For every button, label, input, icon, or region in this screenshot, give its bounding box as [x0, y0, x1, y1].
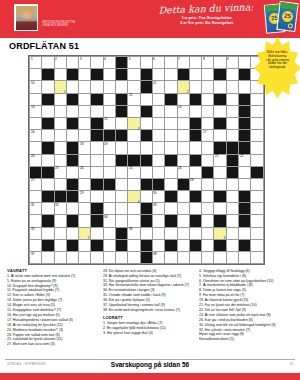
grid-cell[interactable]	[251, 179, 262, 190]
down-clue-list: 1. Sveper bort ovanliga djur i Afrika (7…	[103, 320, 198, 335]
grid-cell[interactable]	[55, 94, 66, 105]
grid-cell[interactable]	[178, 118, 189, 129]
grid-cell[interactable]	[91, 228, 102, 239]
constructor-photo	[14, 4, 38, 31]
black-cell	[239, 215, 250, 226]
grid-cell[interactable]	[128, 240, 139, 251]
grid-cell[interactable]	[141, 142, 152, 153]
grid-cell[interactable]: 20	[30, 155, 41, 166]
grid-cell[interactable]	[190, 142, 201, 153]
clue-number: 5	[129, 57, 131, 61]
grid-cell[interactable]	[91, 81, 102, 92]
black-cell	[190, 215, 201, 226]
black-cell	[190, 94, 201, 105]
grid-cell[interactable]: 24	[79, 167, 90, 178]
grid-cell[interactable]	[79, 252, 90, 263]
grid-cell[interactable]: 13	[30, 106, 41, 117]
grid-cell[interactable]	[251, 118, 262, 129]
grid-cell[interactable]	[141, 94, 152, 105]
grid-cell[interactable]: 27	[30, 179, 41, 190]
grid-cell[interactable]	[30, 94, 41, 105]
clue-number: 21	[215, 154, 219, 158]
grid-cell[interactable]	[67, 81, 78, 92]
grid-cell[interactable]	[178, 215, 189, 226]
clue-number: 25	[129, 166, 133, 170]
grid-cell[interactable]	[128, 69, 139, 80]
grid-cell[interactable]	[153, 155, 164, 166]
page-number: 41	[278, 362, 293, 365]
grid-cell[interactable]: 26	[178, 167, 189, 178]
grid-cell[interactable]	[30, 191, 41, 202]
grid-cell[interactable]	[239, 81, 250, 92]
grid-cell[interactable]	[104, 191, 115, 202]
grid-cell[interactable]	[190, 106, 201, 117]
grid-cell[interactable]	[79, 81, 90, 92]
grid-cell[interactable]	[79, 215, 90, 226]
grid-cell[interactable]	[153, 167, 164, 178]
grid-cell[interactable]	[91, 142, 102, 153]
grid-cell[interactable]	[153, 94, 164, 105]
grid-cell[interactable]	[178, 228, 189, 239]
grid-cell[interactable]: 23	[55, 167, 66, 178]
grid-cell[interactable]	[202, 215, 213, 226]
down-clue-list-continued: 4. Geggigt tillägg till flasklägg (6)5. …	[199, 268, 294, 341]
grid-cell[interactable]: 15	[104, 118, 115, 129]
grid-cell[interactable]	[91, 106, 102, 117]
grid-cell[interactable]	[153, 228, 164, 239]
prize-letter-index: 2	[187, 90, 189, 94]
grid-cell[interactable]: 2	[178, 81, 189, 92]
black-cell	[67, 240, 78, 251]
clue-number: 22	[240, 154, 244, 158]
grid-cell[interactable]	[55, 130, 66, 141]
grid-cell[interactable]	[128, 179, 139, 190]
grid-cell[interactable]	[128, 106, 139, 117]
grid-cell[interactable]	[202, 106, 213, 117]
grid-cell[interactable]	[141, 228, 152, 239]
grid-cell[interactable]	[214, 106, 225, 117]
grid-cell[interactable]	[178, 155, 189, 166]
grid-cell[interactable]	[214, 130, 225, 141]
grid-cell[interactable]	[227, 252, 238, 263]
black-cell	[239, 130, 250, 141]
black-cell	[91, 240, 102, 251]
grid-cell[interactable]	[79, 155, 90, 166]
clue-number: 30	[153, 191, 157, 195]
grid-cell[interactable]	[104, 81, 115, 92]
grid-cell[interactable]	[141, 57, 152, 68]
grid-cell[interactable]	[79, 130, 90, 141]
grid-cell[interactable]	[55, 155, 66, 166]
grid-cell[interactable]	[178, 203, 189, 214]
clue-number: 2	[55, 57, 57, 61]
grid-cell[interactable]	[116, 81, 127, 92]
grid-cell[interactable]	[55, 69, 66, 80]
grid-cell[interactable]	[251, 228, 262, 239]
black-cell	[30, 167, 41, 178]
grid-cell[interactable]	[214, 167, 225, 178]
grid-cell[interactable]	[227, 94, 238, 105]
black-cell	[190, 130, 201, 141]
grid-cell[interactable]: 5	[79, 228, 90, 239]
grid-cell[interactable]	[128, 252, 139, 263]
grid-cell[interactable]	[104, 94, 115, 105]
clue-number: 23	[55, 166, 59, 170]
grid-cell[interactable]	[178, 240, 189, 251]
black-cell	[116, 94, 127, 105]
grid-cell[interactable]	[153, 118, 164, 129]
grid-cell[interactable]	[79, 203, 90, 214]
prize-letter-index: 5	[88, 236, 90, 240]
grid-cell[interactable]	[91, 252, 102, 263]
clue-number: 4	[104, 57, 106, 61]
grid-cell[interactable]: 7	[178, 57, 189, 68]
grid-cell[interactable]	[55, 179, 66, 190]
grid-cell[interactable]: 11	[153, 81, 164, 92]
grid-cell[interactable]	[227, 215, 238, 226]
grid-cell[interactable]	[91, 155, 102, 166]
grid-cell[interactable]	[165, 57, 176, 68]
grid-cell[interactable]: 8	[202, 57, 213, 68]
grid-cell[interactable]	[116, 179, 127, 190]
grid-cell[interactable]	[190, 81, 201, 92]
grid-cell[interactable]	[116, 167, 127, 178]
grid-cell[interactable]	[30, 69, 41, 80]
grid-cell[interactable]	[116, 252, 127, 263]
grid-cell[interactable]	[165, 81, 176, 92]
grid-cell[interactable]	[227, 118, 238, 129]
grid-cell[interactable]	[165, 167, 176, 178]
prize-letter-index: 4	[137, 199, 139, 203]
grid-cell[interactable]	[251, 252, 262, 263]
grid-cell[interactable]	[190, 167, 201, 178]
grid-cell[interactable]	[165, 106, 176, 117]
grid-cell[interactable]	[165, 69, 176, 80]
clue-number: 34	[104, 215, 108, 219]
grid-cell[interactable]: 21	[214, 155, 225, 166]
grid-cell[interactable]	[116, 203, 127, 214]
grid-cell[interactable]	[141, 167, 152, 178]
clue-number: 36	[129, 227, 133, 231]
grid-cell[interactable]	[202, 81, 213, 92]
grid-cell[interactable]	[55, 215, 66, 226]
grid-cell[interactable]	[239, 167, 250, 178]
grid-cell[interactable]	[79, 118, 90, 129]
grid-cell[interactable]	[165, 118, 176, 129]
grid-cell[interactable]	[227, 130, 238, 141]
answer-coupon-note: Svarskupong på sidan 56	[0, 361, 300, 368]
black-cell	[42, 240, 53, 251]
grid-cell[interactable]	[116, 142, 127, 153]
grid-cell[interactable]	[227, 81, 238, 92]
grid-cell[interactable]: 25	[128, 167, 139, 178]
grid-cell[interactable]	[128, 81, 139, 92]
grid-cell[interactable]	[251, 203, 262, 214]
grid-cell[interactable]	[202, 118, 213, 129]
grid-cell[interactable]: 38	[153, 252, 164, 263]
grid-cell[interactable]	[42, 106, 53, 117]
grid-cell[interactable]	[67, 106, 78, 117]
grid-cell[interactable]	[251, 240, 262, 251]
grid-cell[interactable]	[202, 155, 213, 166]
black-cell	[214, 240, 225, 251]
grid-cell[interactable]	[42, 179, 53, 190]
grid-cell[interactable]	[251, 94, 262, 105]
grid-cell[interactable]	[153, 215, 164, 226]
grid-cell[interactable]	[30, 118, 41, 129]
grid-cell[interactable]	[251, 191, 262, 202]
grid-cell[interactable]	[227, 106, 238, 117]
grid-cell[interactable]	[55, 142, 66, 153]
grid-cell[interactable]	[214, 203, 225, 214]
grid-cell[interactable]	[67, 167, 78, 178]
grid-cell[interactable]	[116, 191, 127, 202]
grid-cell[interactable]: 10	[30, 81, 41, 92]
grid-cell[interactable]	[178, 252, 189, 263]
black-cell	[239, 240, 250, 251]
grid-cell[interactable]	[153, 142, 164, 153]
black-cell	[67, 94, 78, 105]
prize-letter-index: 6	[223, 236, 225, 240]
grid-cell[interactable]: 5	[128, 57, 139, 68]
grid-cell[interactable]: 28	[190, 179, 201, 190]
black-cell	[165, 94, 176, 105]
grid-cell[interactable]: 37	[30, 252, 41, 263]
grid-cell[interactable]	[79, 240, 90, 251]
grid-cell[interactable]	[251, 155, 262, 166]
grid-cell[interactable]: 17	[202, 130, 213, 141]
grid-cell[interactable]: 4	[104, 57, 115, 68]
grid-cell[interactable]	[190, 69, 201, 80]
grid-cell[interactable]	[55, 252, 66, 263]
grid-cell[interactable]	[190, 57, 201, 68]
grid-cell[interactable]	[214, 252, 225, 263]
grid-cell[interactable]	[178, 130, 189, 141]
grid-cell[interactable]	[165, 203, 176, 214]
grid-cell[interactable]	[239, 228, 250, 239]
grid-cell[interactable]: 36	[128, 228, 139, 239]
grid-cell[interactable]	[141, 118, 152, 129]
clue-number: 16	[31, 130, 35, 134]
grid-cell[interactable]	[153, 106, 164, 117]
grid-cell[interactable]: 29	[79, 191, 90, 202]
grid-cell[interactable]: 6	[214, 228, 225, 239]
grid-cell[interactable]	[165, 252, 176, 263]
grid-cell[interactable]	[67, 228, 78, 239]
page-title: ORDFLÄTAN 51	[9, 41, 79, 51]
grid-cell[interactable]	[202, 252, 213, 263]
clue-item: 3. Har ytterst hårt vågigt skal (4)	[103, 330, 198, 335]
grid-cell[interactable]	[55, 228, 66, 239]
grid-cell[interactable]	[128, 215, 139, 226]
grid-cell[interactable]: 2	[55, 57, 66, 68]
grid-cell[interactable]	[67, 252, 78, 263]
grid-cell[interactable]: 4	[128, 191, 139, 202]
prize-line-2: 2:a–5:e pris: En Sverigelott.	[152, 20, 262, 25]
grid-cell[interactable]	[30, 215, 41, 226]
grid-cell[interactable]	[104, 106, 115, 117]
grid-cell[interactable]	[202, 69, 213, 80]
grid-cell[interactable]	[91, 167, 102, 178]
grid-cell[interactable]	[165, 179, 176, 190]
grid-cell[interactable]	[104, 167, 115, 178]
grid-cell[interactable]	[178, 191, 189, 202]
grid-cell[interactable]: 16	[30, 130, 41, 141]
grid-cell[interactable]	[79, 106, 90, 117]
clue-number: 37	[31, 252, 35, 256]
grid-cell[interactable]	[202, 240, 213, 251]
grid-cell[interactable]	[239, 57, 250, 68]
grid-cell[interactable]	[128, 142, 139, 153]
grid-cell[interactable]	[55, 106, 66, 117]
grid-cell[interactable]	[67, 203, 78, 214]
black-cell	[190, 118, 201, 129]
clue-number: 31	[31, 203, 35, 207]
grid-cell[interactable]	[153, 69, 164, 80]
grid-cell[interactable]	[116, 215, 127, 226]
black-cell	[104, 130, 115, 141]
clues-column-3: 4. Geggigt tillägg till flasklägg (6)5. …	[199, 268, 294, 341]
grid-cell[interactable]	[165, 130, 176, 141]
grid-cell[interactable]	[79, 69, 90, 80]
grid-cell[interactable]	[251, 130, 262, 141]
grid-cell[interactable]	[67, 57, 78, 68]
grid-cell[interactable]	[227, 191, 238, 202]
grid-cell[interactable]: 9	[227, 57, 238, 68]
black-cell	[91, 203, 102, 214]
grid-cell[interactable]	[55, 118, 66, 129]
grid-cell[interactable]	[153, 130, 164, 141]
grid-cell[interactable]	[190, 228, 201, 239]
grid-cell[interactable]: 14	[178, 106, 189, 117]
grid-cell[interactable]	[91, 57, 102, 68]
grid-cell[interactable]	[202, 142, 213, 153]
grid-cell[interactable]	[67, 130, 78, 141]
grid-cell[interactable]: 1	[55, 81, 66, 92]
grid-cell[interactable]	[42, 228, 53, 239]
clue-number: 17	[203, 130, 207, 134]
grid-cell[interactable]	[116, 118, 127, 129]
black-cell	[153, 179, 164, 190]
grid-cell[interactable]	[104, 228, 115, 239]
grid-cell[interactable]	[165, 142, 176, 153]
black-cell	[178, 69, 189, 80]
grid-cell[interactable]: 1	[30, 57, 41, 68]
grid-cell[interactable]	[79, 94, 90, 105]
grid-cell[interactable]	[214, 179, 225, 190]
grid-cell[interactable]	[239, 252, 250, 263]
grid-cell[interactable]	[128, 203, 139, 214]
grid-cell[interactable]	[128, 130, 139, 141]
grid-cell[interactable]	[251, 142, 262, 153]
black-cell	[239, 203, 250, 214]
grid-cell[interactable]	[202, 94, 213, 105]
grid-cell[interactable]: 35	[30, 228, 41, 239]
grid-cell[interactable]	[141, 191, 152, 202]
grid-cell[interactable]	[165, 228, 176, 239]
grid-cell[interactable]	[153, 240, 164, 251]
grid-cell[interactable]	[214, 81, 225, 92]
black-cell	[239, 69, 250, 80]
clue-number: 10	[31, 81, 35, 85]
grid-cell[interactable]	[178, 142, 189, 153]
grid-cell[interactable]	[251, 106, 262, 117]
grid-cell[interactable]	[42, 155, 53, 166]
grid-cell[interactable]	[104, 155, 115, 166]
grid-cell[interactable]: 32	[55, 203, 66, 214]
grid-cell[interactable]: 6	[153, 57, 164, 68]
across-clue-list-continued: 28. De slipas ner och avrundas (6)29. Är…	[103, 268, 198, 312]
ticket-value-badge: 25	[281, 10, 293, 22]
grid-cell[interactable]	[227, 228, 238, 239]
grid-cell[interactable]	[251, 215, 262, 226]
grid-cell[interactable]	[227, 203, 238, 214]
black-cell	[239, 142, 250, 153]
grid-cell[interactable]	[30, 142, 41, 153]
grid-cell[interactable]	[42, 57, 53, 68]
grid-cell[interactable]: 22	[239, 155, 250, 166]
grid-cell[interactable]: 30	[153, 191, 164, 202]
black-cell	[165, 155, 176, 166]
black-cell	[42, 94, 53, 105]
grid-cell[interactable]	[55, 240, 66, 251]
clue-number: 29	[80, 191, 84, 195]
grid-cell[interactable]	[30, 240, 41, 251]
grid-cell[interactable]	[91, 191, 102, 202]
grid-cell[interactable]	[42, 252, 53, 263]
grid-cell[interactable]	[202, 191, 213, 202]
grid-cell[interactable]	[42, 81, 53, 92]
prize-banner: KRYSSKONSTRUKTÖR: LENA HOLMGREN Detta ka…	[0, 0, 300, 38]
black-cell	[227, 167, 238, 178]
grid-cell[interactable]	[214, 57, 225, 68]
grid-cell[interactable]	[42, 130, 53, 141]
grid-cell[interactable]: 3	[128, 118, 139, 129]
grid-cell[interactable]	[104, 252, 115, 263]
grid-cell[interactable]	[202, 203, 213, 214]
grid-cell[interactable]: 19	[104, 142, 115, 153]
grid-cell[interactable]	[190, 252, 201, 263]
grid-cell[interactable]	[104, 69, 115, 80]
grid-cell[interactable]	[79, 179, 90, 190]
grid-cell[interactable]: 18	[79, 142, 90, 153]
grid-cell[interactable]	[202, 228, 213, 239]
grid-cell[interactable]: 31	[30, 203, 41, 214]
black-cell	[214, 69, 225, 80]
grid-cell[interactable]	[227, 240, 238, 251]
grid-cell[interactable]: 34	[104, 215, 115, 226]
clue-number: 33	[153, 203, 157, 207]
black-cell	[42, 118, 53, 129]
grid-cell[interactable]: 12	[128, 94, 139, 105]
grid-cell[interactable]	[239, 179, 250, 190]
grid-cell[interactable]	[104, 203, 115, 214]
grid-cell[interactable]	[104, 240, 115, 251]
grid-cell[interactable]: 33	[153, 203, 164, 214]
grid-cell[interactable]	[202, 179, 213, 190]
grid-cell[interactable]	[227, 69, 238, 80]
clue-number: 15	[104, 117, 108, 121]
grid-cell[interactable]	[42, 203, 53, 214]
grid-cell[interactable]	[190, 203, 201, 214]
black-cell	[239, 118, 250, 129]
grid-cell[interactable]: 3	[79, 57, 90, 68]
crossword-grid[interactable]: 1234567891011121213141531617181920212223…	[28, 55, 265, 265]
grid-cell[interactable]	[178, 94, 189, 105]
black-cell	[91, 130, 102, 141]
prize-letter-index: 1	[64, 90, 66, 94]
grid-cell[interactable]	[227, 179, 238, 190]
